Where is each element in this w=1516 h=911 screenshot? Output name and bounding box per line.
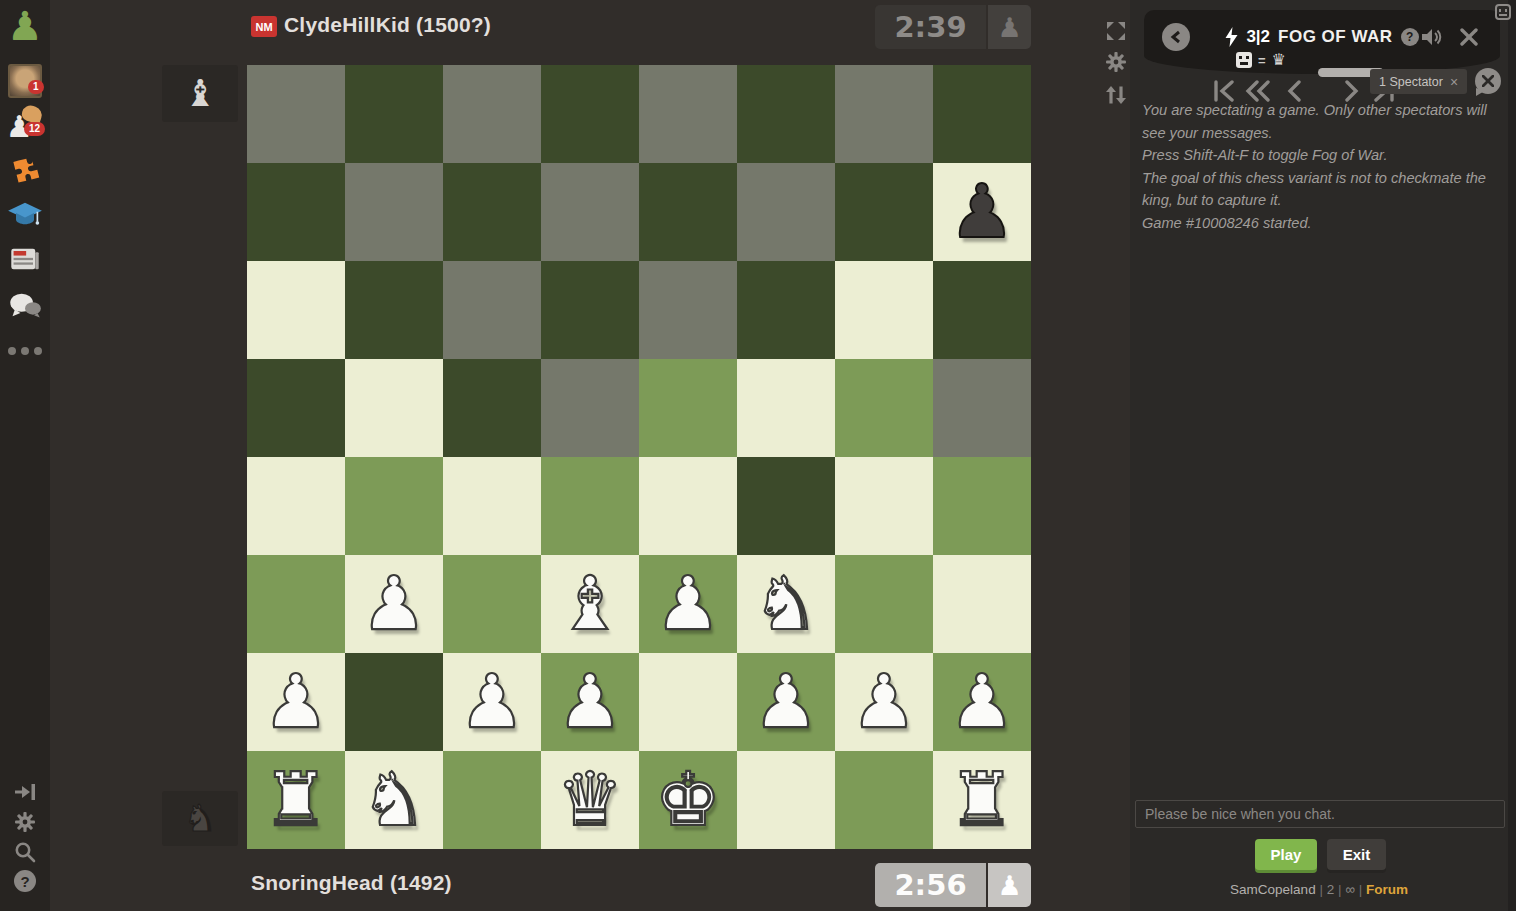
square-c2[interactable]: ♟ bbox=[443, 653, 541, 751]
square-a6[interactable] bbox=[247, 261, 345, 359]
chat-message: You are spectating a game. Only other sp… bbox=[1142, 99, 1488, 144]
search-icon[interactable] bbox=[0, 840, 50, 864]
square-d8[interactable] bbox=[541, 65, 639, 163]
square-f1[interactable] bbox=[737, 751, 835, 849]
variant-title: FOG OF WAR bbox=[1278, 27, 1393, 47]
square-e5[interactable] bbox=[639, 359, 737, 457]
puzzles-icon[interactable] bbox=[0, 154, 50, 186]
square-h3[interactable] bbox=[933, 555, 1031, 653]
social-chat-icon[interactable] bbox=[0, 291, 50, 319]
square-g7[interactable] bbox=[835, 163, 933, 261]
top-clock-time: 2:39 bbox=[875, 5, 986, 49]
lightning-bolt-icon bbox=[1225, 27, 1238, 47]
square-f6[interactable] bbox=[737, 261, 835, 359]
bottom-player-name[interactable]: SnoringHead (1492) bbox=[251, 871, 452, 895]
square-a8[interactable] bbox=[247, 65, 345, 163]
white-pawn: ♟ bbox=[443, 653, 541, 751]
square-d2[interactable]: ♟ bbox=[541, 653, 639, 751]
chat-message: Game #10008246 started. bbox=[1142, 212, 1488, 235]
panel-footer: SamCopeland | 2 | ∞ | Forum bbox=[1130, 882, 1508, 897]
board-settings-gear-icon[interactable] bbox=[1104, 50, 1128, 74]
scrollbar-track[interactable] bbox=[1508, 0, 1516, 911]
square-e1[interactable]: ♚ bbox=[639, 751, 737, 849]
square-g4[interactable] bbox=[835, 457, 933, 555]
white-rook: ♜ bbox=[247, 751, 345, 849]
square-f7[interactable] bbox=[737, 163, 835, 261]
white-rook: ♜ bbox=[933, 751, 1031, 849]
white-pawn: ♟ bbox=[737, 653, 835, 751]
square-b4[interactable] bbox=[345, 457, 443, 555]
chat-message: Press Shift-Alt-F to toggle Fog of War. bbox=[1142, 144, 1488, 167]
square-h6[interactable] bbox=[933, 261, 1031, 359]
footer-count: 2 bbox=[1327, 882, 1335, 897]
alerts-badge[interactable]: 1 bbox=[28, 80, 44, 94]
plays-badge[interactable]: 12 bbox=[24, 122, 45, 136]
user-avatar[interactable] bbox=[0, 64, 50, 98]
spectator-tooltip: 1 Spectator × bbox=[1370, 69, 1467, 94]
square-h7[interactable]: ♟ bbox=[933, 163, 1031, 261]
captured-by-black-tray: ♝ bbox=[162, 65, 238, 122]
square-h8[interactable] bbox=[933, 65, 1031, 163]
white-pawn: ♟ bbox=[345, 555, 443, 653]
square-h4[interactable] bbox=[933, 457, 1031, 555]
fullscreen-icon[interactable] bbox=[1104, 19, 1128, 43]
square-e6[interactable] bbox=[639, 261, 737, 359]
news-icon[interactable] bbox=[0, 245, 50, 273]
square-b8[interactable] bbox=[345, 65, 443, 163]
white-bishop: ♝ bbox=[541, 555, 639, 653]
square-g6[interactable] bbox=[835, 261, 933, 359]
square-h1[interactable]: ♜ bbox=[933, 751, 1031, 849]
promotion-equals: = bbox=[1258, 53, 1266, 68]
footer-author[interactable]: SamCopeland bbox=[1230, 882, 1316, 897]
square-d7[interactable] bbox=[541, 163, 639, 261]
square-c3[interactable] bbox=[443, 555, 541, 653]
footer-separator: | bbox=[1338, 882, 1342, 897]
close-icon[interactable] bbox=[1460, 28, 1478, 50]
square-b3[interactable]: ♟ bbox=[345, 555, 443, 653]
square-b7[interactable] bbox=[345, 163, 443, 261]
square-h5[interactable] bbox=[933, 359, 1031, 457]
white-king: ♚ bbox=[639, 751, 737, 849]
white-pawn: ♟ bbox=[541, 653, 639, 751]
square-c7[interactable] bbox=[443, 163, 541, 261]
square-b6[interactable] bbox=[345, 261, 443, 359]
extension-robot-icon[interactable] bbox=[1495, 4, 1511, 20]
square-g2[interactable]: ♟ bbox=[835, 653, 933, 751]
white-knight: ♞ bbox=[345, 751, 443, 849]
square-c5[interactable] bbox=[443, 359, 541, 457]
square-g3[interactable] bbox=[835, 555, 933, 653]
captured-by-white-tray: ♞ bbox=[162, 791, 238, 846]
square-g5[interactable] bbox=[835, 359, 933, 457]
settings-gear-icon[interactable] bbox=[0, 810, 50, 834]
chat-messages: You are spectating a game. Only other sp… bbox=[1142, 99, 1488, 235]
square-c1[interactable] bbox=[443, 751, 541, 849]
square-a3[interactable] bbox=[247, 555, 345, 653]
chat-toggle-icon[interactable] bbox=[1475, 68, 1501, 94]
collapse-login-icon[interactable] bbox=[0, 780, 50, 804]
bottom-player-clock: 2:56 ♟ bbox=[875, 863, 1031, 907]
square-e7[interactable] bbox=[639, 163, 737, 261]
square-c8[interactable] bbox=[443, 65, 541, 163]
play-button[interactable]: Play bbox=[1255, 839, 1317, 870]
square-g1[interactable] bbox=[835, 751, 933, 849]
spectator-tooltip-close-icon[interactable]: × bbox=[1450, 74, 1458, 90]
top-player-clock: 2:39 ♟ bbox=[875, 5, 1031, 49]
square-e2[interactable] bbox=[639, 653, 737, 751]
captured-white-bishop: ♝ bbox=[183, 72, 216, 115]
bottom-clock-time: 2:56 bbox=[875, 863, 986, 907]
panel-header: 3|2 FOG OF WAR ? = ♛ bbox=[1144, 10, 1500, 74]
square-e8[interactable] bbox=[639, 65, 737, 163]
square-a5[interactable] bbox=[247, 359, 345, 457]
piece-set-icon[interactable] bbox=[1236, 52, 1252, 68]
game-panel: 3|2 FOG OF WAR ? = ♛ bbox=[1130, 0, 1508, 911]
square-d1[interactable]: ♛ bbox=[541, 751, 639, 849]
exit-button[interactable]: Exit bbox=[1327, 839, 1386, 870]
footer-infinity: ∞ bbox=[1345, 882, 1355, 897]
white-queen: ♛ bbox=[541, 751, 639, 849]
sound-icon[interactable] bbox=[1420, 27, 1444, 51]
white-pawn: ♟ bbox=[933, 653, 1031, 751]
variant-help-icon[interactable]: ? bbox=[1401, 28, 1419, 46]
square-d3[interactable]: ♝ bbox=[541, 555, 639, 653]
square-f5[interactable] bbox=[737, 359, 835, 457]
help-icon[interactable]: ? bbox=[0, 870, 50, 892]
learn-graduation-cap-icon[interactable] bbox=[0, 200, 50, 228]
time-control: 3|2 bbox=[1246, 27, 1270, 47]
spectator-count: 1 Spectator bbox=[1379, 75, 1443, 89]
square-e3[interactable]: ♟ bbox=[639, 555, 737, 653]
square-d4[interactable] bbox=[541, 457, 639, 555]
square-a2[interactable]: ♟ bbox=[247, 653, 345, 751]
square-b2[interactable] bbox=[345, 653, 443, 751]
more-options-icon[interactable] bbox=[0, 347, 50, 355]
square-g8[interactable] bbox=[835, 65, 933, 163]
board[interactable]: ♟♟♝♟♞♟♟♟♟♟♟♜♞♛♚♜ bbox=[247, 65, 1031, 849]
chat-input[interactable] bbox=[1135, 800, 1505, 828]
app-window: ♟ 1 ♟ 12 ? NM bbox=[0, 0, 1516, 911]
left-sidebar: ♟ 1 ♟ 12 ? bbox=[0, 0, 50, 911]
square-b5[interactable] bbox=[345, 359, 443, 457]
white-pawn: ♟ bbox=[639, 555, 737, 653]
white-pawn: ♟ bbox=[835, 653, 933, 751]
square-a7[interactable] bbox=[247, 163, 345, 261]
chesscom-logo-pawn-icon[interactable]: ♟ bbox=[0, 6, 50, 46]
promotion-queen-icon[interactable]: ♛ bbox=[1272, 52, 1286, 68]
top-clock-pawn-icon: ♟ bbox=[988, 5, 1031, 49]
square-f4[interactable] bbox=[737, 457, 835, 555]
square-d6[interactable] bbox=[541, 261, 639, 359]
square-f3[interactable]: ♞ bbox=[737, 555, 835, 653]
square-c4[interactable] bbox=[443, 457, 541, 555]
square-b1[interactable]: ♞ bbox=[345, 751, 443, 849]
square-f2[interactable]: ♟ bbox=[737, 653, 835, 751]
square-d5[interactable] bbox=[541, 359, 639, 457]
footer-forum-link[interactable]: Forum bbox=[1366, 882, 1408, 897]
square-e4[interactable] bbox=[639, 457, 737, 555]
footer-separator: | bbox=[1319, 882, 1323, 897]
square-a1[interactable]: ♜ bbox=[247, 751, 345, 849]
square-h2[interactable]: ♟ bbox=[933, 653, 1031, 751]
flip-board-icon[interactable] bbox=[1104, 83, 1128, 107]
captured-black-knight: ♞ bbox=[183, 797, 216, 840]
top-player-name[interactable]: ClydeHillKid (1500?) bbox=[284, 13, 491, 37]
square-a4[interactable] bbox=[247, 457, 345, 555]
footer-separator: | bbox=[1359, 882, 1363, 897]
square-c6[interactable] bbox=[443, 261, 541, 359]
square-f8[interactable] bbox=[737, 65, 835, 163]
chat-message: The goal of this chess variant is not to… bbox=[1142, 167, 1488, 212]
white-pawn: ♟ bbox=[247, 653, 345, 751]
bottom-clock-pawn-icon: ♟ bbox=[988, 863, 1031, 907]
black-pawn: ♟ bbox=[933, 163, 1031, 261]
nm-title-badge: NM bbox=[251, 16, 277, 37]
white-knight: ♞ bbox=[737, 555, 835, 653]
